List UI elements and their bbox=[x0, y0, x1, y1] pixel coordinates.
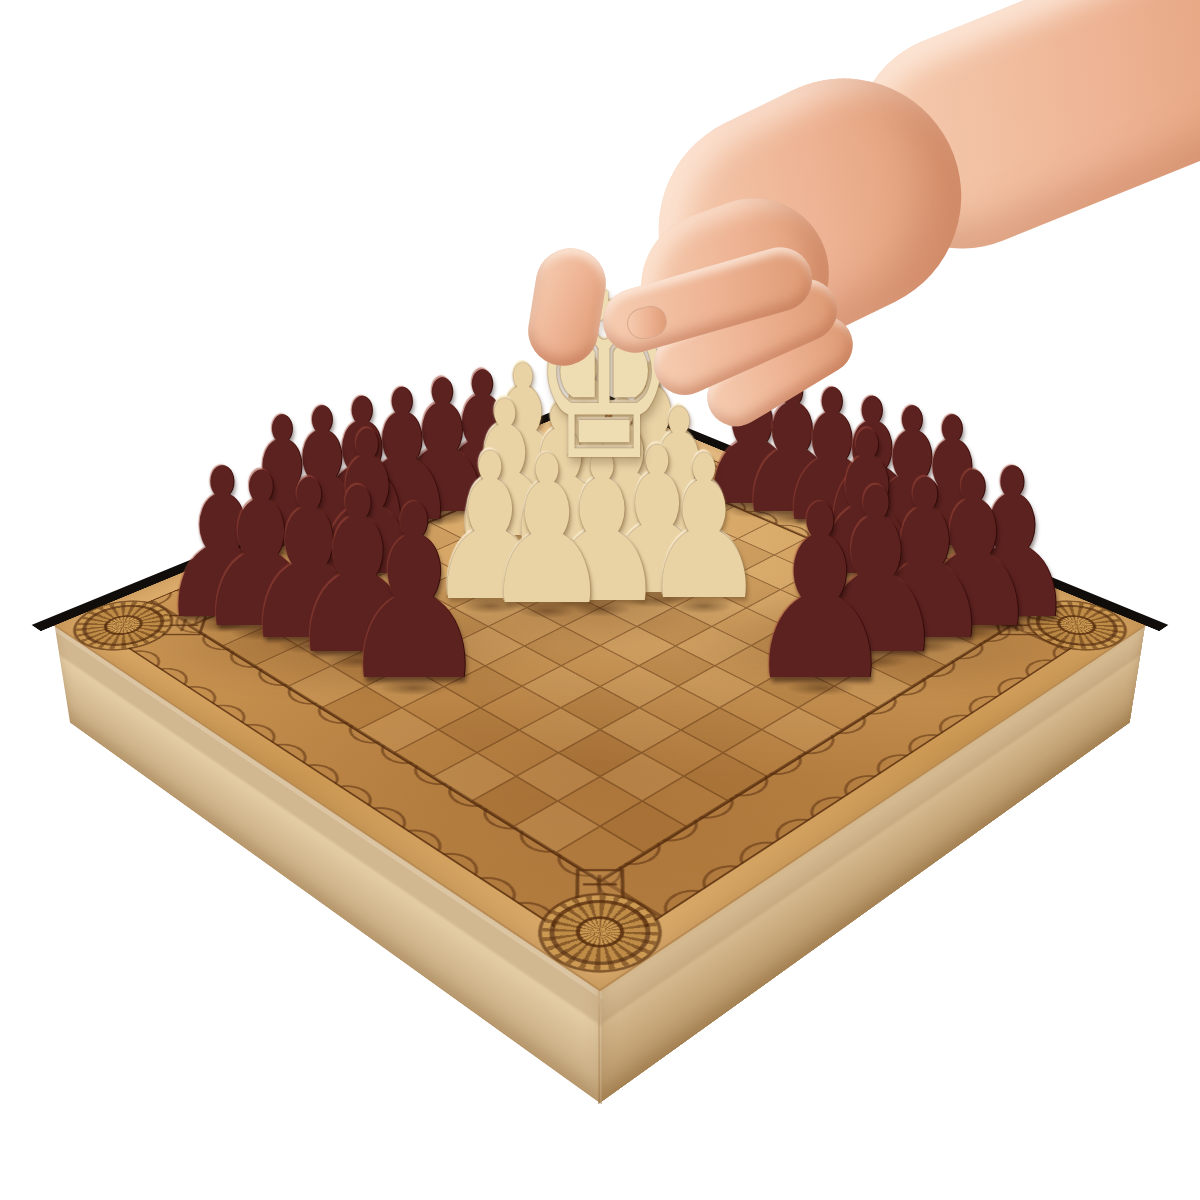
photo-stage: ♚♟♟♟♟♟♟♟♟♟♟♟♟♟♟♟♟♟♟♟♟♟♟♟♟♟♟♟♟♟♟♟♟♟♟♟♟ bbox=[0, 0, 1200, 1200]
hand bbox=[0, 0, 1200, 1200]
thumb bbox=[523, 243, 611, 370]
